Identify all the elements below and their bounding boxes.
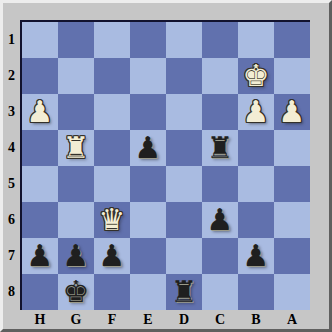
rank-labels: 12345678 <box>3 20 20 310</box>
square-h5[interactable] <box>22 166 58 202</box>
square-d3[interactable] <box>166 94 202 130</box>
black-pawn[interactable]: ♟ <box>202 202 238 238</box>
square-g5[interactable] <box>58 166 94 202</box>
file-label-d: D <box>166 310 202 329</box>
black-pawn[interactable]: ♟ <box>58 238 94 274</box>
square-g2[interactable] <box>58 58 94 94</box>
square-c3[interactable] <box>202 94 238 130</box>
square-g1[interactable] <box>58 22 94 58</box>
square-d2[interactable] <box>166 58 202 94</box>
file-label-a: A <box>274 310 310 329</box>
black-pawn[interactable]: ♟ <box>130 130 166 166</box>
rank-label-1: 1 <box>3 22 20 58</box>
square-e3[interactable] <box>130 94 166 130</box>
white-pawn[interactable]: ♟ <box>274 94 310 130</box>
white-queen[interactable]: ♛ <box>94 202 130 238</box>
square-d7[interactable] <box>166 238 202 274</box>
square-a2[interactable] <box>274 58 310 94</box>
square-f5[interactable] <box>94 166 130 202</box>
square-c6[interactable]: ♟ <box>202 202 238 238</box>
square-b2[interactable]: ♚ <box>238 58 274 94</box>
file-label-f: F <box>94 310 130 329</box>
square-c2[interactable] <box>202 58 238 94</box>
rank-label-2: 2 <box>3 58 20 94</box>
square-b4[interactable] <box>238 130 274 166</box>
rank-label-8: 8 <box>3 274 20 310</box>
square-b1[interactable] <box>238 22 274 58</box>
square-f6[interactable]: ♛ <box>94 202 130 238</box>
square-f7[interactable]: ♟ <box>94 238 130 274</box>
square-a3[interactable]: ♟ <box>274 94 310 130</box>
rank-label-7: 7 <box>3 238 20 274</box>
square-g7[interactable]: ♟ <box>58 238 94 274</box>
square-f4[interactable] <box>94 130 130 166</box>
square-a5[interactable] <box>274 166 310 202</box>
square-e7[interactable] <box>130 238 166 274</box>
square-b7[interactable]: ♟ <box>238 238 274 274</box>
rank-label-3: 3 <box>3 94 20 130</box>
black-pawn[interactable]: ♟ <box>94 238 130 274</box>
square-b8[interactable] <box>238 274 274 310</box>
square-h6[interactable] <box>22 202 58 238</box>
file-label-e: E <box>130 310 166 329</box>
square-h1[interactable] <box>22 22 58 58</box>
square-d4[interactable] <box>166 130 202 166</box>
white-king[interactable]: ♚ <box>238 58 274 94</box>
white-pawn[interactable]: ♟ <box>22 94 58 130</box>
square-h7[interactable]: ♟ <box>22 238 58 274</box>
file-label-c: C <box>202 310 238 329</box>
board-outline: ♚♟♟♟♜♟♜♛♟♟♟♟♟♚♜ <box>20 20 310 310</box>
file-labels: HGFEDCBA <box>20 310 310 329</box>
white-rook[interactable]: ♜ <box>58 130 94 166</box>
square-c1[interactable] <box>202 22 238 58</box>
square-b3[interactable]: ♟ <box>238 94 274 130</box>
square-g4[interactable]: ♜ <box>58 130 94 166</box>
file-label-g: G <box>58 310 94 329</box>
file-label-b: B <box>238 310 274 329</box>
square-h8[interactable] <box>22 274 58 310</box>
square-a7[interactable] <box>274 238 310 274</box>
black-pawn[interactable]: ♟ <box>238 238 274 274</box>
square-a8[interactable] <box>274 274 310 310</box>
square-a6[interactable] <box>274 202 310 238</box>
square-d1[interactable] <box>166 22 202 58</box>
square-d6[interactable] <box>166 202 202 238</box>
square-c4[interactable]: ♜ <box>202 130 238 166</box>
square-h3[interactable]: ♟ <box>22 94 58 130</box>
square-d8[interactable]: ♜ <box>166 274 202 310</box>
square-a4[interactable] <box>274 130 310 166</box>
square-e6[interactable] <box>130 202 166 238</box>
black-pawn[interactable]: ♟ <box>22 238 58 274</box>
square-h2[interactable] <box>22 58 58 94</box>
chessboard-frame: 12345678 ♚♟♟♟♜♟♜♛♟♟♟♟♟♚♜ HGFEDCBA <box>0 0 332 332</box>
rank-label-6: 6 <box>3 202 20 238</box>
square-f3[interactable] <box>94 94 130 130</box>
square-c7[interactable] <box>202 238 238 274</box>
square-f1[interactable] <box>94 22 130 58</box>
square-g6[interactable] <box>58 202 94 238</box>
square-b6[interactable] <box>238 202 274 238</box>
square-e5[interactable] <box>130 166 166 202</box>
board-layout: 12345678 ♚♟♟♟♜♟♜♛♟♟♟♟♟♚♜ HGFEDCBA <box>3 3 329 329</box>
square-d5[interactable] <box>166 166 202 202</box>
square-a1[interactable] <box>274 22 310 58</box>
square-g8[interactable]: ♚ <box>58 274 94 310</box>
square-e1[interactable] <box>130 22 166 58</box>
square-c8[interactable] <box>202 274 238 310</box>
chess-board: ♚♟♟♟♜♟♜♛♟♟♟♟♟♚♜ <box>22 22 310 310</box>
square-f8[interactable] <box>94 274 130 310</box>
black-rook[interactable]: ♜ <box>202 130 238 166</box>
file-label-h: H <box>22 310 58 329</box>
square-e4[interactable]: ♟ <box>130 130 166 166</box>
square-e2[interactable] <box>130 58 166 94</box>
square-e8[interactable] <box>130 274 166 310</box>
square-f2[interactable] <box>94 58 130 94</box>
square-c5[interactable] <box>202 166 238 202</box>
rank-label-5: 5 <box>3 166 20 202</box>
white-pawn[interactable]: ♟ <box>238 94 274 130</box>
rank-label-4: 4 <box>3 130 20 166</box>
black-king[interactable]: ♚ <box>58 274 94 310</box>
black-rook[interactable]: ♜ <box>166 274 202 310</box>
square-g3[interactable] <box>58 94 94 130</box>
square-b5[interactable] <box>238 166 274 202</box>
square-h4[interactable] <box>22 130 58 166</box>
